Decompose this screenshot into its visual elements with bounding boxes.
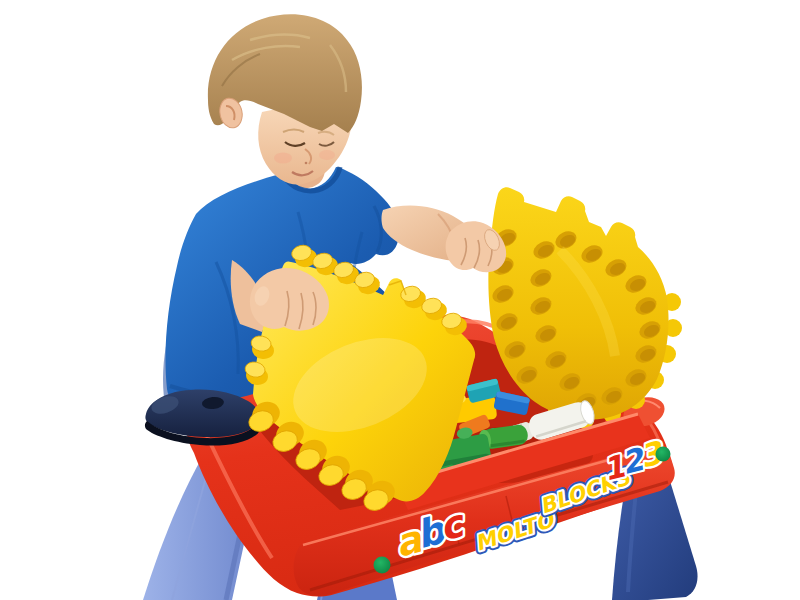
green-dot-right — [656, 447, 671, 462]
cheek-blush — [274, 153, 292, 164]
scene-canvas: abc MOLTO MOLTO BLOCKS BLOCKS 123 — [0, 0, 800, 600]
green-dot-left — [374, 557, 391, 574]
cheek-blush — [319, 150, 335, 160]
nostril — [305, 162, 308, 165]
product-photo: abc MOLTO MOLTO BLOCKS BLOCKS 123 — [0, 0, 800, 600]
